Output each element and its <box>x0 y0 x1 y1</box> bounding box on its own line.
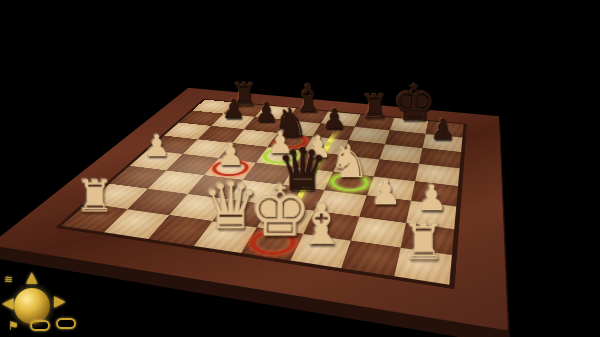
black-king-g8[interactable]: ♚ <box>392 80 427 126</box>
trackball-sphere[interactable] <box>14 288 50 324</box>
flag-icon[interactable]: ⚑ <box>8 320 19 332</box>
rotate-waves-icon[interactable]: ≋ <box>4 274 13 285</box>
black-pawn-h7[interactable]: ♟ <box>424 116 461 142</box>
white-king-e1[interactable]: ♚ <box>248 178 298 243</box>
white-pawn-a4[interactable]: ♟ <box>137 132 176 160</box>
board-navigation-widget: ≋ ▲ ◀ ▶ ⚑ <box>2 268 112 336</box>
view-pill-button[interactable] <box>56 318 76 329</box>
white-bishop-f1[interactable]: ♝ <box>296 198 347 250</box>
zoom-pill-button[interactable] <box>30 320 50 331</box>
arrow-up-icon[interactable]: ▲ <box>26 270 38 285</box>
black-pawn-e7[interactable]: ♟ <box>316 106 352 131</box>
black-pawn-b7[interactable]: ♟ <box>216 97 250 121</box>
white-rook-h1[interactable]: ♜ <box>398 220 450 266</box>
white-rook-a1[interactable]: ♜ <box>72 177 118 218</box>
white-pawn-h3[interactable]: ♟ <box>409 182 455 215</box>
white-queen-d1[interactable]: ♛ <box>202 177 251 236</box>
white-pawn-g3[interactable]: ♟ <box>363 176 408 208</box>
square-g7[interactable] <box>385 130 426 148</box>
black-rook-f8[interactable]: ♜ <box>358 92 392 122</box>
arrow-right-icon[interactable]: ▶ <box>54 294 66 309</box>
arrow-left-icon[interactable]: ◀ <box>2 296 14 311</box>
chess-app-stage: ♜♝♜♚♟♟♟♟♞♟♟♟♟♞♛♟♟♜♛♚♝♜ ≋ ▲ ◀ ▶ ⚑ <box>0 0 600 337</box>
white-pawn-c4[interactable]: ♟ <box>210 140 250 169</box>
